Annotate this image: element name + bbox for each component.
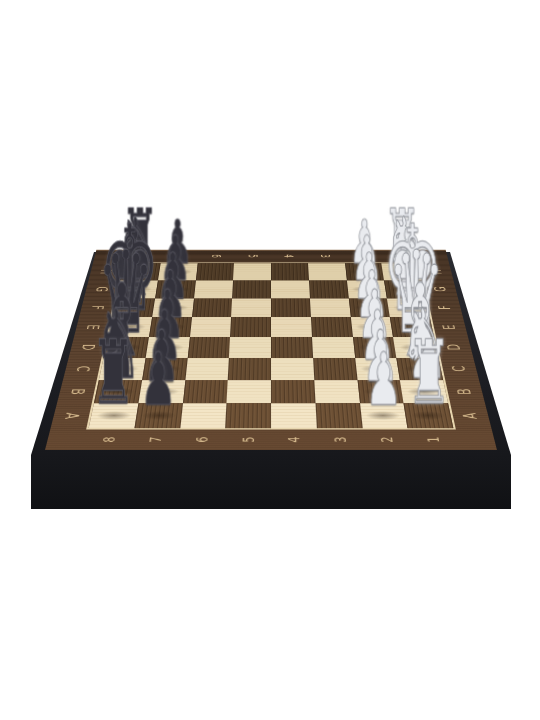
square-c5 [228,358,271,380]
square-a1: ♜ [404,403,454,428]
square-f4 [271,298,311,317]
square-b3 [314,380,360,403]
square-e5 [230,317,271,337]
square-f3 [310,298,351,317]
square-h3 [308,263,347,280]
square-a6 [180,403,227,428]
square-e4 [271,317,312,337]
square-c3 [313,358,357,380]
square-a7: ♟ [134,403,182,428]
square-h6 [196,263,235,280]
square-g5 [232,280,271,298]
coord-rank-near-4: 4 [285,437,303,443]
coord-rank-near-7: 7 [146,437,165,443]
square-d3 [312,337,355,358]
piece-white-rook-a1: ♜ [406,329,450,417]
square-a3 [315,403,362,428]
coord-rank-near-2: 2 [377,437,396,443]
coord-file-right-c: C [449,366,469,372]
square-d6 [187,337,230,358]
coord-rank-far-5: 5 [246,254,260,258]
square-g3 [309,280,349,298]
scene: ♜♟♟♜♞♟♟♞♝♟♟♝♚♟♟♚♛♟♟♛♝♟♟♝♞♟♟♞♜♟♟♜ HHGGFFE… [0,0,540,720]
piece-white-pawn-a2: ♟ [365,344,402,417]
piece-black-pawn-a7: ♟ [140,344,177,417]
square-a2: ♟ [360,403,408,428]
square-h5 [233,263,271,280]
square-a8: ♜ [89,403,139,428]
square-e6 [190,317,232,337]
square-b5 [227,380,271,403]
coord-file-right-b: B [455,389,476,395]
coord-file-left-b: B [67,389,88,395]
square-a4 [271,403,317,428]
coord-rank-far-6: 6 [209,254,224,258]
square-f5 [231,298,271,317]
square-b4 [271,380,315,403]
square-c4 [271,358,314,380]
square-b6 [182,380,228,403]
square-a5 [225,403,271,428]
square-d5 [229,337,271,358]
square-h4 [271,263,309,280]
coord-rank-near-1: 1 [423,437,442,443]
square-c6 [185,358,229,380]
square-e3 [311,317,353,337]
piece-black-rook-a8: ♜ [91,329,135,417]
coord-file-left-a: A [61,413,82,419]
coord-file-left-c: C [72,366,92,372]
coord-rank-far-4: 4 [282,254,296,258]
square-d4 [271,337,313,358]
square-g4 [271,280,310,298]
coord-file-right-a: A [460,413,481,419]
coord-rank-near-3: 3 [331,437,350,443]
square-g6 [194,280,234,298]
coord-rank-far-3: 3 [318,254,333,258]
coord-rank-near-5: 5 [239,437,257,443]
playing-area: ♜♟♟♜♞♟♟♞♝♟♟♝♚♟♟♚♛♟♟♛♝♟♟♝♞♟♟♞♜♟♟♜ [86,263,456,430]
coord-rank-near-6: 6 [192,437,211,443]
square-f6 [192,298,233,317]
chess-board: ♜♟♟♜♞♟♟♞♝♟♟♝♚♟♟♚♛♟♟♛♝♟♟♝♞♟♟♞♜♟♟♜ HHGGFFE… [45,250,497,450]
chess-set-photo: ♜♟♟♜♞♟♟♞♝♟♟♝♚♟♟♚♛♟♟♛♝♟♟♝♞♟♟♞♜♟♟♜ HHGGFFE… [0,0,540,720]
coord-rank-near-8: 8 [100,437,119,443]
